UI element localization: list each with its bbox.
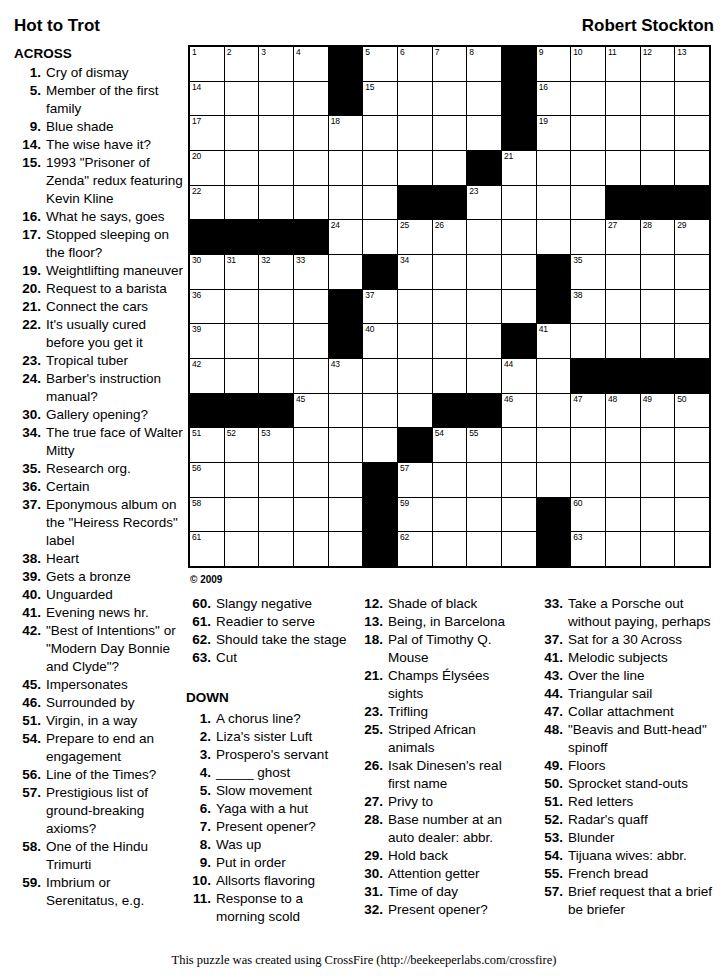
grid-cell-r3c7[interactable] bbox=[398, 116, 432, 150]
clue-number: 22. bbox=[14, 316, 41, 352]
grid-cell-r12c5[interactable] bbox=[329, 428, 363, 462]
grid-cell-r1c15[interactable]: 13 bbox=[675, 47, 709, 81]
grid-cell-r9c8[interactable] bbox=[433, 324, 467, 358]
grid-cell-r1c12[interactable]: 10 bbox=[571, 47, 605, 81]
across-clue-60: 60.Slangy negative bbox=[186, 595, 348, 613]
grid-cell-r14c3[interactable] bbox=[259, 498, 293, 532]
across-clue-list-continued: 60.Slangy negative61.Readier to serve62.… bbox=[186, 595, 348, 667]
clue-number: 53. bbox=[537, 829, 563, 847]
grid-cell-r4c14[interactable] bbox=[641, 151, 675, 185]
grid-cell-r10c2[interactable] bbox=[225, 359, 259, 393]
grid-cell-r9c7[interactable] bbox=[398, 324, 432, 358]
grid-cell-r6c5[interactable]: 24 bbox=[329, 220, 363, 254]
clue-text: Champs Élysées sights bbox=[388, 667, 524, 703]
grid-cell-r1c1[interactable]: 1 bbox=[190, 47, 224, 81]
grid-cell-r9c9[interactable] bbox=[467, 324, 501, 358]
grid-cell-r12c14[interactable] bbox=[641, 428, 675, 462]
grid-cell-r6c6[interactable] bbox=[363, 220, 397, 254]
cell-number: 1 bbox=[192, 47, 197, 57]
clue-number: 1. bbox=[14, 64, 41, 82]
grid-cell-r14c8[interactable] bbox=[433, 498, 467, 532]
grid-cell-r15c9[interactable] bbox=[467, 532, 501, 566]
black-square bbox=[537, 290, 571, 324]
down-clue-57: 57.Brief request that a brief be briefer bbox=[537, 883, 718, 919]
clue-number: 30. bbox=[358, 865, 383, 883]
clue-text: Collar attachment bbox=[568, 703, 674, 721]
grid-cell-r15c7[interactable]: 62 bbox=[398, 532, 432, 566]
clue-number: 8. bbox=[186, 836, 211, 854]
grid-cell-r12c13[interactable] bbox=[606, 428, 640, 462]
grid-cell-r1c3[interactable]: 3 bbox=[259, 47, 293, 81]
grid-cell-r13c4[interactable] bbox=[294, 463, 328, 497]
grid-cell-r6c8[interactable]: 26 bbox=[433, 220, 467, 254]
grid-cell-r13c1[interactable]: 56 bbox=[190, 463, 224, 497]
clue-number: 24. bbox=[14, 370, 41, 406]
grid-cell-r1c2[interactable]: 2 bbox=[225, 47, 259, 81]
grid-cell-r3c12[interactable] bbox=[571, 116, 605, 150]
grid-cell-r5c5[interactable] bbox=[329, 186, 363, 220]
down-clue-44: 44.Triangular sail bbox=[537, 685, 718, 703]
grid-cell-r6c11[interactable] bbox=[537, 220, 571, 254]
grid-cell-r13c2[interactable] bbox=[225, 463, 259, 497]
grid-cell-r14c14[interactable] bbox=[641, 498, 675, 532]
grid-cell-r5c2[interactable] bbox=[225, 186, 259, 220]
clue-number: 60. bbox=[186, 595, 211, 613]
grid-cell-r3c8[interactable] bbox=[433, 116, 467, 150]
clue-number: 42. bbox=[14, 622, 41, 676]
clue-number: 32. bbox=[358, 901, 383, 919]
grid-cell-r10c5[interactable]: 43 bbox=[329, 359, 363, 393]
grid-cell-r7c5[interactable] bbox=[329, 255, 363, 289]
grid-cell-r4c10[interactable]: 21 bbox=[502, 151, 536, 185]
across-clue-46: 46.Surrounded by bbox=[14, 694, 186, 712]
clue-text: Tijuana wives: abbr. bbox=[568, 847, 687, 865]
grid-cell-r9c13[interactable] bbox=[606, 324, 640, 358]
grid-cell-r9c15[interactable] bbox=[675, 324, 709, 358]
grid-cell-r13c7[interactable]: 57 bbox=[398, 463, 432, 497]
cell-number: 9 bbox=[539, 47, 544, 57]
grid-cell-r3c1[interactable]: 17 bbox=[190, 116, 224, 150]
grid-cell-r9c11[interactable]: 41 bbox=[537, 324, 571, 358]
clue-number: 46. bbox=[14, 694, 41, 712]
across-clue-1: 1.Cry of dismay bbox=[14, 64, 186, 82]
cell-number: 8 bbox=[469, 47, 474, 57]
clue-text: Member of the first family bbox=[46, 82, 186, 118]
grid-cell-r8c12[interactable]: 38 bbox=[571, 290, 605, 324]
black-square bbox=[537, 532, 571, 566]
grid-cell-r1c14[interactable]: 12 bbox=[641, 47, 675, 81]
grid-cell-r1c13[interactable]: 11 bbox=[606, 47, 640, 81]
grid-cell-r15c12[interactable]: 63 bbox=[571, 532, 605, 566]
grid-cell-r2c4[interactable] bbox=[294, 82, 328, 116]
grid-cell-r8c10[interactable] bbox=[502, 290, 536, 324]
grid-cell-r4c8[interactable] bbox=[433, 151, 467, 185]
clue-text: Allsorts flavoring bbox=[216, 872, 315, 890]
grid-cell-r13c3[interactable] bbox=[259, 463, 293, 497]
grid-cell-r15c3[interactable] bbox=[259, 532, 293, 566]
clue-text: Time of day bbox=[388, 883, 458, 901]
grid-cell-r4c13[interactable] bbox=[606, 151, 640, 185]
puzzle-title: Hot to Trot bbox=[14, 16, 100, 36]
clue-number: 61. bbox=[186, 613, 211, 631]
grid-cell-r5c12[interactable] bbox=[571, 186, 605, 220]
grid-cell-r12c15[interactable] bbox=[675, 428, 709, 462]
grid-cell-r12c10[interactable] bbox=[502, 428, 536, 462]
clue-text: Pal of Timothy Q. Mouse bbox=[388, 631, 524, 667]
across-clue-45: 45.Impersonates bbox=[14, 676, 186, 694]
grid-cell-r8c8[interactable] bbox=[433, 290, 467, 324]
grid-cell-r6c10[interactable] bbox=[502, 220, 536, 254]
grid-cell-r2c13[interactable] bbox=[606, 82, 640, 116]
grid-cell-r8c2[interactable] bbox=[225, 290, 259, 324]
clue-text: Prestigious list of ground-breaking axio… bbox=[46, 784, 186, 838]
grid-cell-r10c7[interactable] bbox=[398, 359, 432, 393]
grid-cell-r15c4[interactable] bbox=[294, 532, 328, 566]
grid-cell-r10c8[interactable] bbox=[433, 359, 467, 393]
cell-number: 15 bbox=[365, 82, 374, 92]
clue-number: 30. bbox=[14, 406, 41, 424]
grid-cell-r7c10[interactable] bbox=[502, 255, 536, 289]
grid-cell-r2c14[interactable] bbox=[641, 82, 675, 116]
grid-cell-r7c8[interactable] bbox=[433, 255, 467, 289]
grid-cell-r11c13[interactable]: 48 bbox=[606, 394, 640, 428]
cell-number: 39 bbox=[192, 324, 201, 334]
grid-cell-r2c1[interactable]: 14 bbox=[190, 82, 224, 116]
clue-text: Base number at an auto dealer: abbr. bbox=[388, 811, 524, 847]
grid-cell-r3c14[interactable] bbox=[641, 116, 675, 150]
grid-cell-r3c9[interactable] bbox=[467, 116, 501, 150]
down-clue-27: 27.Privy to bbox=[358, 793, 524, 811]
grid-cell-r15c14[interactable] bbox=[641, 532, 675, 566]
across-clue-42: 42."Best of Intentions" or "Modern Day B… bbox=[14, 622, 186, 676]
grid-cell-r3c5[interactable]: 18 bbox=[329, 116, 363, 150]
cell-number: 40 bbox=[365, 324, 374, 334]
grid-cell-r2c11[interactable]: 16 bbox=[537, 82, 571, 116]
grid-cell-r13c10[interactable] bbox=[502, 463, 536, 497]
grid-cell-r10c4[interactable] bbox=[294, 359, 328, 393]
grid-cell-r13c15[interactable] bbox=[675, 463, 709, 497]
grid-cell-r14c10[interactable] bbox=[502, 498, 536, 532]
grid-cell-r4c2[interactable] bbox=[225, 151, 259, 185]
grid-cell-r3c13[interactable] bbox=[606, 116, 640, 150]
clue-number: 20. bbox=[14, 280, 41, 298]
clue-text: Brief request that a brief be briefer bbox=[568, 883, 718, 919]
grid-cell-r6c15[interactable]: 29 bbox=[675, 220, 709, 254]
grid-cell-r11c14[interactable]: 49 bbox=[641, 394, 675, 428]
grid-cell-r8c1[interactable]: 36 bbox=[190, 290, 224, 324]
bottom-column-3: 33.Take a Porsche out without paying, pe… bbox=[537, 595, 718, 919]
grid-cell-r6c13[interactable]: 27 bbox=[606, 220, 640, 254]
across-clue-56: 56.Line of the Times? bbox=[14, 766, 186, 784]
grid-cell-r8c7[interactable] bbox=[398, 290, 432, 324]
down-clue-2: 2.Liza's sister Luft bbox=[186, 728, 348, 746]
grid-cell-r15c8[interactable] bbox=[433, 532, 467, 566]
grid-cell-r14c5[interactable] bbox=[329, 498, 363, 532]
clue-text: Tropical tuber bbox=[46, 352, 128, 370]
clue-text: Imbrium or Serenitatus, e.g. bbox=[46, 874, 186, 910]
clue-number: 10. bbox=[186, 872, 211, 890]
grid-cell-r4c11[interactable] bbox=[537, 151, 571, 185]
grid-cell-r2c9[interactable] bbox=[467, 82, 501, 116]
grid-cell-r15c13[interactable] bbox=[606, 532, 640, 566]
clue-text: Over the line bbox=[568, 667, 645, 685]
grid-cell-r8c6[interactable]: 37 bbox=[363, 290, 397, 324]
grid-cell-r10c3[interactable] bbox=[259, 359, 293, 393]
cell-number: 22 bbox=[192, 186, 201, 196]
grid-cell-r9c4[interactable] bbox=[294, 324, 328, 358]
down-clue-49: 49.Floors bbox=[537, 757, 718, 775]
clue-number: 23. bbox=[14, 352, 41, 370]
grid-cell-r14c2[interactable] bbox=[225, 498, 259, 532]
grid-cell-r6c14[interactable]: 28 bbox=[641, 220, 675, 254]
grid-cell-r3c3[interactable] bbox=[259, 116, 293, 150]
clue-number: 6. bbox=[186, 800, 211, 818]
bottom-column-1: 60.Slangy negative61.Readier to serve62.… bbox=[186, 595, 348, 926]
grid-cell-r15c5[interactable] bbox=[329, 532, 363, 566]
grid-cell-r4c4[interactable] bbox=[294, 151, 328, 185]
grid-cell-r13c11[interactable] bbox=[537, 463, 571, 497]
down-clue-6: 6.Yaga with a hut bbox=[186, 800, 348, 818]
clue-number: 4. bbox=[186, 764, 211, 782]
grid-cell-r7c15[interactable] bbox=[675, 255, 709, 289]
black-square bbox=[502, 116, 536, 150]
clue-text: Sat for a 30 Across bbox=[568, 631, 682, 649]
grid-cell-r10c10[interactable]: 44 bbox=[502, 359, 536, 393]
grid-cell-r6c9[interactable] bbox=[467, 220, 501, 254]
clue-number: 37. bbox=[537, 631, 563, 649]
black-square bbox=[363, 532, 397, 566]
grid-cell-r7c9[interactable] bbox=[467, 255, 501, 289]
grid-cell-r15c1[interactable]: 61 bbox=[190, 532, 224, 566]
clue-number: 48. bbox=[537, 721, 563, 757]
grid-cell-r5c10[interactable] bbox=[502, 186, 536, 220]
across-clue-30: 30.Gallery opening? bbox=[14, 406, 186, 424]
grid-cell-r11c4[interactable]: 45 bbox=[294, 394, 328, 428]
grid-cell-r9c12[interactable] bbox=[571, 324, 605, 358]
grid-cell-r12c6[interactable] bbox=[363, 428, 397, 462]
grid-cell-r12c12[interactable] bbox=[571, 428, 605, 462]
grid-cell-r3c11[interactable]: 19 bbox=[537, 116, 571, 150]
grid-cell-r4c3[interactable] bbox=[259, 151, 293, 185]
grid-cell-r13c14[interactable] bbox=[641, 463, 675, 497]
grid-cell-r5c4[interactable] bbox=[294, 186, 328, 220]
clue-number: 9. bbox=[14, 118, 41, 136]
grid-cell-r2c2[interactable] bbox=[225, 82, 259, 116]
grid-cell-r9c6[interactable]: 40 bbox=[363, 324, 397, 358]
cell-number: 59 bbox=[400, 498, 409, 508]
grid-cell-r5c6[interactable] bbox=[363, 186, 397, 220]
grid-cell-r7c1[interactable]: 30 bbox=[190, 255, 224, 289]
grid-cell-r13c9[interactable] bbox=[467, 463, 501, 497]
grid-cell-r3c15[interactable] bbox=[675, 116, 709, 150]
cell-number: 46 bbox=[504, 394, 513, 404]
clue-number: 41. bbox=[14, 604, 41, 622]
clue-text: Should take the stage bbox=[216, 631, 347, 649]
clue-text: Request to a barista bbox=[46, 280, 167, 298]
cell-number: 20 bbox=[192, 151, 201, 161]
grid-cell-r10c6[interactable] bbox=[363, 359, 397, 393]
grid-cell-r11c12[interactable]: 47 bbox=[571, 394, 605, 428]
clue-text: Blue shade bbox=[46, 118, 114, 136]
down-clue-13: 13.Being, in Barcelona bbox=[358, 613, 524, 631]
down-clue-54: 54.Tijuana wives: abbr. bbox=[537, 847, 718, 865]
clue-text: Put in order bbox=[216, 854, 286, 872]
grid-cell-r10c9[interactable] bbox=[467, 359, 501, 393]
grid-cell-r9c14[interactable] bbox=[641, 324, 675, 358]
clue-number: 23. bbox=[358, 703, 383, 721]
black-square bbox=[225, 220, 259, 254]
down-clue-1: 1.A chorus line? bbox=[186, 710, 348, 728]
grid-cell-r1c11[interactable]: 9 bbox=[537, 47, 571, 81]
cell-number: 57 bbox=[400, 463, 409, 473]
grid-cell-r11c7[interactable] bbox=[398, 394, 432, 428]
grid-cell-r14c1[interactable]: 58 bbox=[190, 498, 224, 532]
grid-cell-r12c3[interactable]: 53 bbox=[259, 428, 293, 462]
grid-cell-r4c12[interactable] bbox=[571, 151, 605, 185]
grid-cell-r13c12[interactable] bbox=[571, 463, 605, 497]
grid-cell-r11c6[interactable] bbox=[363, 394, 397, 428]
grid-cell-r6c7[interactable]: 25 bbox=[398, 220, 432, 254]
clue-number: 40. bbox=[14, 586, 41, 604]
grid-cell-r8c4[interactable] bbox=[294, 290, 328, 324]
grid-cell-r9c3[interactable] bbox=[259, 324, 293, 358]
grid-cell-r1c4[interactable]: 4 bbox=[294, 47, 328, 81]
grid-cell-r2c8[interactable] bbox=[433, 82, 467, 116]
grid-cell-r2c3[interactable] bbox=[259, 82, 293, 116]
grid-cell-r4c7[interactable] bbox=[398, 151, 432, 185]
cell-number: 17 bbox=[192, 116, 201, 126]
grid-cell-r1c7[interactable]: 6 bbox=[398, 47, 432, 81]
grid-cell-r12c9[interactable]: 55 bbox=[467, 428, 501, 462]
grid-cell-r7c7[interactable]: 34 bbox=[398, 255, 432, 289]
grid-cell-r15c15[interactable] bbox=[675, 532, 709, 566]
grid-cell-r4c1[interactable]: 20 bbox=[190, 151, 224, 185]
grid-cell-r11c15[interactable]: 50 bbox=[675, 394, 709, 428]
crossword-grid[interactable]: 1234567891011121314151617181920212223242… bbox=[188, 45, 711, 568]
grid-cell-r4c5[interactable] bbox=[329, 151, 363, 185]
grid-cell-r5c3[interactable] bbox=[259, 186, 293, 220]
cell-number: 51 bbox=[192, 428, 201, 438]
grid-cell-r10c1[interactable]: 42 bbox=[190, 359, 224, 393]
grid-cell-r7c4[interactable]: 33 bbox=[294, 255, 328, 289]
clue-number: 57. bbox=[14, 784, 41, 838]
cell-number: 7 bbox=[435, 47, 440, 57]
grid-cell-r8c15[interactable] bbox=[675, 290, 709, 324]
grid-cell-r5c1[interactable]: 22 bbox=[190, 186, 224, 220]
grid-cell-r7c13[interactable] bbox=[606, 255, 640, 289]
grid-cell-r14c7[interactable]: 59 bbox=[398, 498, 432, 532]
cell-number: 25 bbox=[400, 220, 409, 230]
clue-number: 5. bbox=[186, 782, 211, 800]
grid-cell-r2c15[interactable] bbox=[675, 82, 709, 116]
clue-number: 9. bbox=[186, 854, 211, 872]
down-clue-23: 23.Trifling bbox=[358, 703, 524, 721]
black-square bbox=[467, 394, 501, 428]
down-header: DOWN bbox=[186, 689, 348, 706]
cell-number: 27 bbox=[608, 220, 617, 230]
clue-number: 1. bbox=[186, 710, 211, 728]
grid-cell-r10c11[interactable] bbox=[537, 359, 571, 393]
black-square bbox=[675, 359, 709, 393]
cell-number: 2 bbox=[227, 47, 232, 57]
grid-cell-r14c4[interactable] bbox=[294, 498, 328, 532]
down-clue-50: 50.Sprocket stand-outs bbox=[537, 775, 718, 793]
grid-cell-r12c8[interactable]: 54 bbox=[433, 428, 467, 462]
grid-cell-r13c13[interactable] bbox=[606, 463, 640, 497]
grid-cell-r11c10[interactable]: 46 bbox=[502, 394, 536, 428]
grid-cell-r9c1[interactable]: 39 bbox=[190, 324, 224, 358]
down-clue-41: 41.Melodic subjects bbox=[537, 649, 718, 667]
clue-text: Was up bbox=[216, 836, 261, 854]
grid-cell-r4c15[interactable] bbox=[675, 151, 709, 185]
grid-cell-r1c6[interactable]: 5 bbox=[363, 47, 397, 81]
grid-cell-r3c2[interactable] bbox=[225, 116, 259, 150]
grid-cell-r11c5[interactable] bbox=[329, 394, 363, 428]
clue-number: 55. bbox=[537, 865, 563, 883]
grid-cell-r13c5[interactable] bbox=[329, 463, 363, 497]
grid-cell-r14c13[interactable] bbox=[606, 498, 640, 532]
grid-cell-r14c12[interactable]: 60 bbox=[571, 498, 605, 532]
grid-cell-r13c8[interactable] bbox=[433, 463, 467, 497]
clue-text: Blunder bbox=[568, 829, 615, 847]
grid-cell-r3c6[interactable] bbox=[363, 116, 397, 150]
grid-cell-r5c11[interactable] bbox=[537, 186, 571, 220]
grid-cell-r8c9[interactable] bbox=[467, 290, 501, 324]
grid-cell-r7c2[interactable]: 31 bbox=[225, 255, 259, 289]
grid-cell-r12c11[interactable] bbox=[537, 428, 571, 462]
grid-cell-r9c2[interactable] bbox=[225, 324, 259, 358]
grid-cell-r2c7[interactable] bbox=[398, 82, 432, 116]
grid-cell-r6c12[interactable] bbox=[571, 220, 605, 254]
grid-cell-r12c2[interactable]: 52 bbox=[225, 428, 259, 462]
grid-cell-r12c4[interactable] bbox=[294, 428, 328, 462]
grid-cell-r2c12[interactable] bbox=[571, 82, 605, 116]
clue-text: Eponymous album on the "Heiress Records"… bbox=[46, 496, 186, 550]
grid-cell-r4c6[interactable] bbox=[363, 151, 397, 185]
grid-cell-r5c9[interactable]: 23 bbox=[467, 186, 501, 220]
grid-cell-r14c9[interactable] bbox=[467, 498, 501, 532]
grid-cell-r15c10[interactable] bbox=[502, 532, 536, 566]
grid-cell-r14c15[interactable] bbox=[675, 498, 709, 532]
grid-cell-r11c11[interactable] bbox=[537, 394, 571, 428]
grid-cell-r8c3[interactable] bbox=[259, 290, 293, 324]
grid-cell-r7c12[interactable]: 35 bbox=[571, 255, 605, 289]
clue-number: 44. bbox=[537, 685, 563, 703]
cell-number: 11 bbox=[608, 47, 616, 57]
grid-cell-r8c13[interactable] bbox=[606, 290, 640, 324]
grid-cell-r7c3[interactable]: 32 bbox=[259, 255, 293, 289]
black-square bbox=[606, 186, 640, 220]
clue-text: Attention getter bbox=[388, 865, 480, 883]
cell-number: 30 bbox=[192, 255, 201, 265]
clue-text: Slangy negative bbox=[216, 595, 312, 613]
black-square bbox=[433, 186, 467, 220]
grid-cell-r3c4[interactable] bbox=[294, 116, 328, 150]
grid-cell-r1c8[interactable]: 7 bbox=[433, 47, 467, 81]
grid-cell-r1c9[interactable]: 8 bbox=[467, 47, 501, 81]
grid-cell-r15c2[interactable] bbox=[225, 532, 259, 566]
cell-number: 33 bbox=[296, 255, 305, 265]
across-clue-61: 61.Readier to serve bbox=[186, 613, 348, 631]
cell-number: 37 bbox=[365, 290, 374, 300]
black-square bbox=[329, 82, 363, 116]
cell-number: 34 bbox=[400, 255, 409, 265]
grid-cell-r2c6[interactable]: 15 bbox=[363, 82, 397, 116]
clue-number: 14. bbox=[14, 136, 41, 154]
grid-cell-r8c14[interactable] bbox=[641, 290, 675, 324]
grid-cell-r7c14[interactable] bbox=[641, 255, 675, 289]
grid-cell-r12c1[interactable]: 51 bbox=[190, 428, 224, 462]
